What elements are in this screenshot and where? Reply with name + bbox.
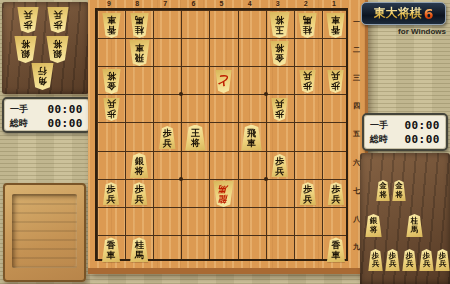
kanji-char: 歩 — [275, 109, 284, 119]
kanji-char: 兵 — [331, 71, 340, 81]
shogi-piece-銀将-86[interactable]: 銀将 — [130, 153, 149, 178]
piece-kanji: 香車 — [331, 15, 340, 35]
shogi-piece-桂馬-89[interactable]: 桂馬 — [130, 237, 149, 262]
file-labels: 987654321 — [95, 0, 348, 8]
kanji-char: 兵 — [303, 71, 312, 81]
piece-kanji: 王将 — [191, 128, 200, 148]
sente-clock: 一手 00:00 総時 00:00 — [362, 113, 448, 151]
file-label-1: 1 — [320, 0, 348, 8]
kanji-char: 兵 — [54, 10, 63, 20]
todai-shogi-app: { "app": { "logo_title": "東大将棋", "logo_v… — [0, 0, 450, 284]
shogi-piece-歩兵-23[interactable]: 歩兵 — [299, 70, 316, 93]
gote-clock: 一手 00:00 総時 00:00 — [2, 97, 91, 133]
kanji-char: 兵 — [423, 260, 431, 269]
kanji-char: 兵 — [24, 10, 33, 20]
piece-kanji: 金将 — [107, 71, 116, 91]
piece-kanji: 歩兵 — [275, 156, 284, 176]
shogi-piece-歩兵[interactable]: 歩兵 — [368, 249, 383, 271]
kanji-char: 歩 — [107, 109, 116, 119]
kanji-char: 将 — [21, 40, 30, 50]
kanji-char: 馬 — [219, 184, 228, 194]
kanji-char: 将 — [135, 166, 144, 176]
shogi-piece-金将[interactable]: 金将 — [376, 180, 390, 201]
piece-kanji: 銀将 — [21, 40, 30, 60]
kanji-char: 歩 — [303, 184, 312, 194]
gote-clock-move-row: 一手 00:00 — [10, 102, 83, 116]
piece-kanji: 歩兵 — [439, 252, 447, 269]
piece-kanji: 桂馬 — [411, 217, 419, 234]
kanji-char: 金 — [107, 81, 116, 91]
kanji-char: 歩 — [303, 81, 312, 91]
piece-kanji: 歩兵 — [24, 10, 33, 30]
shogi-piece-桂馬[interactable]: 桂馬 — [406, 214, 423, 237]
kanji-char: 馬 — [135, 250, 144, 260]
shogi-piece-香車-11[interactable]: 香車 — [326, 13, 345, 38]
star-point — [264, 177, 268, 181]
piece-kanji: 銀将 — [370, 217, 378, 234]
star-point — [264, 92, 268, 96]
kanji-char: 兵 — [163, 138, 172, 148]
shogi-piece-金将-93[interactable]: 金将 — [102, 69, 121, 94]
kanji-char: 将 — [395, 191, 403, 200]
kanji-char: 歩 — [24, 20, 33, 30]
kanji-char: 桂 — [303, 25, 312, 35]
piece-kanji: 金将 — [379, 182, 387, 199]
shogi-piece-香車-91[interactable]: 香車 — [102, 13, 121, 38]
piece-kanji: 金将 — [395, 182, 403, 199]
kanji-char: 兵 — [275, 99, 284, 109]
piece-kanji: 歩兵 — [423, 252, 431, 269]
shogi-piece-歩兵[interactable]: 歩兵 — [47, 7, 69, 33]
shogi-piece-歩兵[interactable]: 歩兵 — [419, 249, 434, 271]
kanji-char: 兵 — [439, 260, 447, 269]
piece-kanji: 桂馬 — [135, 240, 144, 260]
kanji-char: 兵 — [331, 194, 340, 204]
file-label-4: 4 — [236, 0, 264, 8]
shogi-piece-香車-19[interactable]: 香車 — [326, 237, 345, 262]
sente-clock-total-row: 総時 00:00 — [370, 132, 440, 146]
piece-kanji: 金将 — [275, 43, 284, 63]
piece-kanji: 飛車 — [135, 43, 144, 63]
piece-kanji: 歩兵 — [303, 71, 312, 91]
piece-box-interior — [12, 194, 77, 268]
shogi-piece-歩兵-27[interactable]: 歩兵 — [299, 182, 316, 205]
piece-kanji: 銀将 — [135, 156, 144, 176]
kanji-char: 兵 — [303, 194, 312, 204]
shogi-piece-香車-99[interactable]: 香車 — [102, 237, 121, 262]
piece-kanji: 玉将 — [275, 15, 284, 35]
star-point — [179, 92, 183, 96]
piece-kanji: 歩兵 — [406, 252, 414, 269]
piece-kanji: 龍馬 — [219, 184, 228, 204]
shogi-piece-歩兵-94[interactable]: 歩兵 — [103, 98, 120, 121]
kanji-char: 車 — [247, 138, 256, 148]
kanji-char: 車 — [331, 15, 340, 25]
kanji-char: 銀 — [53, 50, 62, 60]
gote-total-label: 総時 — [10, 117, 28, 130]
gote-clock-total-row: 総時 00:00 — [10, 116, 83, 130]
kanji-char: 香 — [331, 240, 340, 250]
shogi-piece-銀将[interactable]: 銀将 — [365, 214, 382, 237]
sente-move-label: 一手 — [370, 119, 388, 132]
file-label-2: 2 — [292, 0, 320, 8]
kanji-char: 銀 — [135, 156, 144, 166]
shogi-piece-歩兵-97[interactable]: 歩兵 — [103, 182, 120, 205]
shogi-piece-歩兵-87[interactable]: 歩兵 — [131, 182, 148, 205]
piece-kanji: 香車 — [107, 15, 116, 35]
kanji-char: 香 — [331, 25, 340, 35]
file-label-8: 8 — [123, 0, 151, 8]
gote-total-time: 00:00 — [47, 117, 83, 130]
shogi-piece-龍馬-57[interactable]: 龍馬 — [213, 181, 234, 207]
piece-kanji: 歩兵 — [303, 184, 312, 204]
kanji-char: 兵 — [107, 194, 116, 204]
shogi-piece-と-53[interactable]: と — [215, 70, 232, 93]
kanji-char: 歩 — [275, 156, 284, 166]
piece-kanji: 歩兵 — [54, 10, 63, 30]
shogi-piece-金将[interactable]: 金将 — [392, 180, 406, 201]
shogi-piece-角行[interactable]: 角行 — [31, 63, 54, 90]
kanji-char: と — [217, 74, 230, 88]
shogi-piece-歩兵[interactable]: 歩兵 — [385, 249, 400, 271]
kanji-char: 兵 — [406, 260, 414, 269]
piece-kanji: 歩兵 — [107, 99, 116, 119]
file-label-5: 5 — [207, 0, 235, 8]
kanji-char: 歩 — [135, 184, 144, 194]
logo-title: 東大将棋 — [374, 5, 422, 22]
kanji-char: 兵 — [135, 194, 144, 204]
shogi-piece-銀将[interactable]: 銀将 — [14, 36, 37, 63]
piece-kanji: 桂馬 — [303, 15, 312, 35]
kanji-char: 桂 — [135, 240, 144, 250]
shogi-board: 987654321 一二三四五六七八九 香車桂馬玉将桂馬香車飛車金将金将と歩兵歩… — [88, 0, 368, 274]
kanji-char: 歩 — [331, 184, 340, 194]
shogi-piece-歩兵[interactable]: 歩兵 — [402, 249, 417, 271]
shogi-piece-飛車-82[interactable]: 飛車 — [129, 40, 150, 66]
shogi-piece-歩兵-13[interactable]: 歩兵 — [327, 70, 344, 93]
kanji-char: 車 — [107, 15, 116, 25]
shogi-piece-歩兵[interactable]: 歩兵 — [17, 7, 39, 33]
shogi-piece-歩兵-34[interactable]: 歩兵 — [271, 98, 288, 121]
shogi-piece-歩兵[interactable]: 歩兵 — [435, 249, 450, 271]
kanji-char: 金 — [275, 53, 284, 63]
piece-kanji: 歩兵 — [331, 71, 340, 91]
shogi-piece-歩兵-17[interactable]: 歩兵 — [327, 182, 344, 205]
kanji-char: 兵 — [275, 166, 284, 176]
shogi-piece-歩兵-75[interactable]: 歩兵 — [159, 126, 176, 149]
kanji-char: 兵 — [372, 260, 380, 269]
kanji-char: 角 — [38, 77, 47, 87]
kanji-char: 将 — [191, 138, 200, 148]
shogi-piece-金将-32[interactable]: 金将 — [270, 41, 289, 66]
file-label-6: 6 — [179, 0, 207, 8]
piece-kanji: 飛車 — [247, 128, 256, 148]
star-point — [179, 177, 183, 181]
kanji-char: 将 — [53, 40, 62, 50]
piece-kanji: 歩兵 — [163, 128, 172, 148]
kanji-char: 車 — [331, 250, 340, 260]
sente-hand-tray: 金将金将銀将桂馬歩兵歩兵歩兵歩兵歩兵 — [360, 153, 450, 284]
file-label-9: 9 — [95, 0, 123, 8]
kanji-char: 将 — [379, 191, 387, 200]
board-grid[interactable]: 香車桂馬玉将桂馬香車飛車金将金将と歩兵歩兵歩兵歩兵歩兵王将飛車銀将歩兵歩兵歩兵龍… — [95, 8, 348, 261]
kanji-char: 馬 — [411, 226, 419, 235]
kanji-char: 飛 — [247, 128, 256, 138]
piece-kanji: 歩兵 — [389, 252, 397, 269]
shogi-piece-桂馬-21[interactable]: 桂馬 — [298, 13, 317, 38]
file-label-7: 7 — [151, 0, 179, 8]
kanji-char: 将 — [370, 226, 378, 235]
shogi-piece-玉将-31[interactable]: 玉将 — [269, 12, 290, 38]
shogi-piece-飛車-45[interactable]: 飛車 — [241, 125, 262, 151]
piece-kanji: 香車 — [331, 240, 340, 260]
kanji-char: 玉 — [275, 25, 284, 35]
rank-label-4: 四 — [350, 101, 363, 111]
kanji-char: 将 — [107, 71, 116, 81]
piece-kanji: と — [217, 74, 230, 88]
kanji-char: 車 — [135, 43, 144, 53]
file-label-3: 3 — [264, 0, 292, 8]
piece-kanji: 角行 — [38, 67, 47, 87]
kanji-char: 将 — [275, 43, 284, 53]
kanji-char: 桂 — [135, 25, 144, 35]
kanji-char: 王 — [191, 128, 200, 138]
kanji-char: 将 — [275, 15, 284, 25]
sente-clock-move-row: 一手 00:00 — [370, 118, 440, 132]
kanji-char: 飛 — [135, 53, 144, 63]
kanji-char: 歩 — [163, 128, 172, 138]
kanji-char: 香 — [107, 25, 116, 35]
kanji-char: 香 — [107, 240, 116, 250]
sente-total-label: 総時 — [370, 133, 388, 146]
kanji-char: 歩 — [107, 184, 116, 194]
kanji-char: 兵 — [389, 260, 397, 269]
rank-label-3: 三 — [350, 73, 363, 83]
kanji-char: 兵 — [107, 99, 116, 109]
sente-move-time: 00:00 — [404, 119, 440, 132]
piece-kanji: 歩兵 — [275, 99, 284, 119]
piece-kanji: 桂馬 — [135, 15, 144, 35]
piece-kanji: 歩兵 — [107, 184, 116, 204]
piece-kanji: 香車 — [107, 240, 116, 260]
piece-kanji: 歩兵 — [372, 252, 380, 269]
logo-subtitle: for Windows — [391, 27, 446, 36]
gote-move-label: 一手 — [10, 103, 28, 116]
kanji-char: 車 — [107, 250, 116, 260]
shogi-piece-王将-65[interactable]: 王将 — [185, 125, 206, 151]
piece-kanji: 歩兵 — [135, 184, 144, 204]
sente-total-time: 00:00 — [404, 133, 440, 146]
piece-box — [3, 183, 86, 282]
kanji-char: 行 — [38, 67, 47, 77]
app-logo: 東大将棋 6 — [361, 2, 446, 25]
rank-label-2: 二 — [350, 45, 363, 55]
shogi-piece-銀将[interactable]: 銀将 — [46, 36, 69, 63]
piece-kanji: 歩兵 — [331, 184, 340, 204]
logo-version: 6 — [424, 6, 434, 22]
kanji-char: 銀 — [21, 50, 30, 60]
gote-hand-tray: 歩兵歩兵銀将銀将角行 — [2, 2, 89, 94]
kanji-char: 歩 — [54, 20, 63, 30]
shogi-piece-歩兵-36[interactable]: 歩兵 — [271, 154, 288, 177]
kanji-char: 馬 — [303, 15, 312, 25]
piece-kanji: 銀将 — [53, 40, 62, 60]
kanji-char: 龍 — [219, 194, 228, 204]
kanji-char: 馬 — [135, 15, 144, 25]
gote-move-time: 00:00 — [47, 103, 83, 116]
kanji-char: 歩 — [331, 81, 340, 91]
shogi-piece-桂馬-81[interactable]: 桂馬 — [130, 13, 149, 38]
